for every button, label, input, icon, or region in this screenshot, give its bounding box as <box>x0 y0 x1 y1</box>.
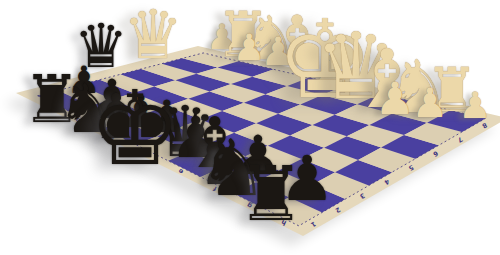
black-rook-h1: ♜ <box>237 157 305 233</box>
natural-pawn: ♟ <box>459 88 492 124</box>
chess-pieces: ♟♜♛♞♟♝♟♛♟♚♛♟♝♞♜♟♟♟♟♜♟♞♟♝♛♟♚♝♟♟♞♟♜ <box>0 0 500 255</box>
natural-pawn: ♟ <box>375 77 415 122</box>
natural-extra-queen: ♛ <box>123 1 184 69</box>
chess-set-product-photo: a1b2c3d4e5f6g7h8 ♟♜♛♞♟♝♟♛♟♚♛♟♝♞♜♟♟♟♟♜♟♞♟… <box>0 0 500 255</box>
natural-pawn: ♟ <box>412 83 448 124</box>
black-king-d1: ♚ <box>89 78 181 181</box>
